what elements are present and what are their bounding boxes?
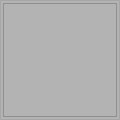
chess-board bbox=[4, 4, 116, 116]
board-frame bbox=[0, 0, 120, 120]
